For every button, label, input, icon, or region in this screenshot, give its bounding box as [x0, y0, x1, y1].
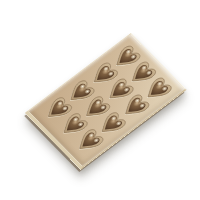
- cavity-grid: [40, 43, 175, 157]
- photo-stage: [0, 0, 200, 200]
- baking-pan: [25, 33, 187, 170]
